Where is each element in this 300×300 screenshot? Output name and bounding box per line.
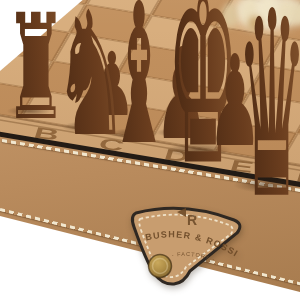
chess-set-product-photo: A B C D E F G H (0, 0, 300, 300)
closure-strap: R BUSHER & ROSSINI - FACTORY - (124, 195, 264, 295)
strap-monogram: R (187, 212, 197, 228)
